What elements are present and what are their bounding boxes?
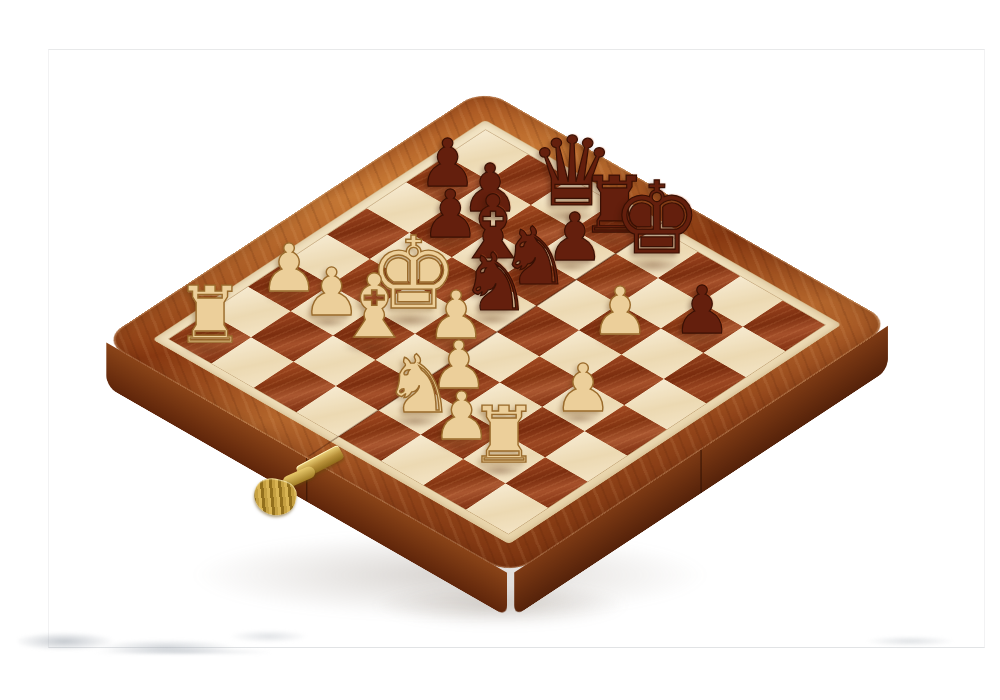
piece-black-king-e8[interactable]: ♚ [612, 169, 702, 269]
piece-white-pawn-g4[interactable]: ♟ [554, 356, 613, 422]
product-photo: ♜♜♞♟♟♟♝♟♚♟♟♟♛♜♚♟♟♟♟♟♝♞♞ [0, 0, 1000, 700]
brass-latch[interactable] [252, 445, 352, 525]
scene [0, 0, 1000, 700]
piece-black-pawn-g7[interactable]: ♟ [672, 278, 731, 344]
piece-white-rook-g2[interactable]: ♜ [469, 396, 539, 474]
piece-white-rook-a1[interactable]: ♜ [175, 276, 245, 354]
piece-white-bishop-c3[interactable]: ♝ [335, 263, 414, 351]
piece-white-pawn-f6[interactable]: ♟ [590, 279, 649, 345]
fold-seam-side [700, 449, 701, 494]
